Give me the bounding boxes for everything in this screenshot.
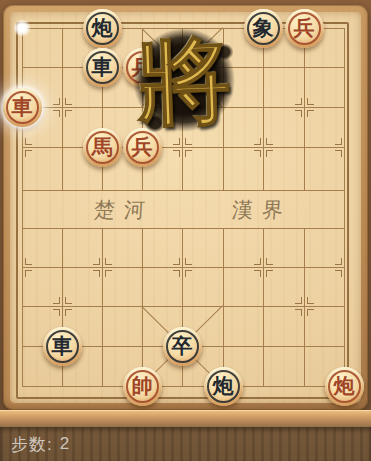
- piece-character: 車: [52, 336, 73, 357]
- point-marker: [185, 258, 192, 265]
- point-marker: [93, 258, 100, 265]
- point-marker: [53, 309, 60, 316]
- piece-character: 車: [12, 97, 33, 118]
- point-marker: [307, 98, 314, 105]
- piece-black-cannon[interactable]: 炮: [83, 9, 122, 48]
- piece-character: 卒: [172, 336, 193, 357]
- piece-red-horse[interactable]: 馬: [83, 128, 122, 167]
- last-move-origin-dot: [13, 19, 31, 37]
- board-front-edge: [0, 410, 371, 427]
- point-marker: [53, 110, 60, 117]
- piece-red-cannon[interactable]: 炮: [325, 367, 364, 406]
- point-marker: [65, 297, 72, 304]
- piece-red-soldier[interactable]: 兵: [285, 9, 324, 48]
- point-marker: [65, 309, 72, 316]
- point-marker: [307, 297, 314, 304]
- point-marker: [295, 110, 302, 117]
- piece-character: 炮: [334, 376, 355, 397]
- piece-character: 馬: [92, 137, 113, 158]
- point-marker: [335, 150, 342, 157]
- piece-character: 車: [92, 57, 113, 78]
- piece-red-general[interactable]: 帥: [123, 367, 162, 406]
- point-marker: [65, 98, 72, 105]
- point-marker: [266, 258, 273, 265]
- river-label-left: 楚河: [93, 196, 155, 224]
- point-marker: [93, 270, 100, 277]
- river-label-right: 漢界: [231, 196, 293, 224]
- point-marker: [185, 138, 192, 145]
- point-marker: [335, 270, 342, 277]
- piece-black-chariot[interactable]: 車: [83, 48, 122, 87]
- point-marker: [266, 138, 273, 145]
- point-marker: [25, 258, 32, 265]
- point-marker: [266, 150, 273, 157]
- point-marker: [254, 150, 261, 157]
- point-marker: [254, 138, 261, 145]
- point-marker: [25, 138, 32, 145]
- point-marker: [254, 258, 261, 265]
- piece-black-soldier[interactable]: 卒: [163, 327, 202, 366]
- point-marker: [335, 258, 342, 265]
- point-marker: [254, 270, 261, 277]
- point-marker: [65, 110, 72, 117]
- point-marker: [307, 309, 314, 316]
- piece-red-chariot[interactable]: 車: [3, 88, 42, 127]
- point-marker: [295, 98, 302, 105]
- check-effect-splash: 將: [126, 21, 242, 139]
- point-marker: [173, 138, 180, 145]
- point-marker: [25, 270, 32, 277]
- point-marker: [53, 98, 60, 105]
- point-marker: [307, 110, 314, 117]
- piece-black-elephant[interactable]: 象: [244, 9, 283, 48]
- piece-character: 象: [253, 18, 274, 39]
- point-marker: [185, 150, 192, 157]
- steps-value: 2: [60, 434, 70, 454]
- point-marker: [335, 138, 342, 145]
- point-marker: [25, 150, 32, 157]
- hud-bar: 步数: 2: [0, 427, 371, 461]
- piece-character: 帥: [132, 376, 153, 397]
- piece-character: 兵: [294, 18, 315, 39]
- point-marker: [173, 150, 180, 157]
- point-marker: [53, 297, 60, 304]
- point-marker: [185, 270, 192, 277]
- point-marker: [295, 309, 302, 316]
- check-glyph: 將: [135, 34, 232, 131]
- point-marker: [266, 270, 273, 277]
- point-marker: [105, 258, 112, 265]
- piece-black-chariot[interactable]: 車: [43, 327, 82, 366]
- point-marker: [105, 270, 112, 277]
- steps-label: 步数:: [11, 433, 53, 456]
- piece-black-cannon[interactable]: 炮: [204, 367, 243, 406]
- piece-character: 炮: [92, 18, 113, 39]
- piece-character: 炮: [213, 376, 234, 397]
- point-marker: [173, 258, 180, 265]
- point-marker: [295, 297, 302, 304]
- point-marker: [173, 270, 180, 277]
- piece-character: 兵: [132, 137, 153, 158]
- xiangqi-app: 楚河 漢界 炮象兵車兵將車馬兵車卒帥炮炮 將 步数: 2: [0, 0, 371, 461]
